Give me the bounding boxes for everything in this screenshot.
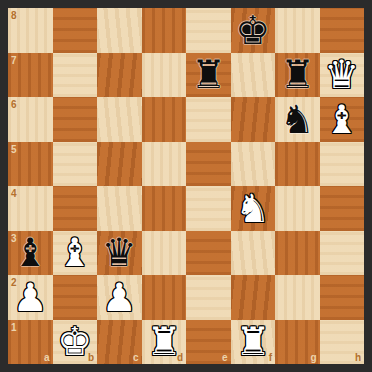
piece-white-rook[interactable]: ♜ [142,320,187,365]
piece-white-king[interactable]: ♚ [53,320,98,365]
rank-label-8: 8 [11,10,17,21]
square-d4[interactable] [142,186,187,231]
square-g3[interactable] [275,231,320,276]
square-b1[interactable]: b♚ [53,320,98,365]
rank-label-1: 1 [11,322,17,333]
square-f4[interactable]: ♞ [231,186,276,231]
square-b6[interactable] [53,97,98,142]
square-h8[interactable] [320,8,365,53]
square-a7[interactable]: 7 [8,53,53,98]
square-c3[interactable]: ♛ [97,231,142,276]
square-h4[interactable] [320,186,365,231]
square-d1[interactable]: d♜ [142,320,187,365]
square-e4[interactable] [186,186,231,231]
square-h6[interactable]: ♝ [320,97,365,142]
square-b5[interactable] [53,142,98,187]
square-a6[interactable]: 6 [8,97,53,142]
square-e2[interactable] [186,275,231,320]
square-f5[interactable] [231,142,276,187]
square-g4[interactable] [275,186,320,231]
square-f7[interactable] [231,53,276,98]
piece-black-rook[interactable]: ♜ [275,53,320,98]
square-d7[interactable] [142,53,187,98]
square-b2[interactable] [53,275,98,320]
square-d5[interactable] [142,142,187,187]
rank-label-7: 7 [11,55,17,66]
square-c5[interactable] [97,142,142,187]
rank-label-6: 6 [11,99,17,110]
square-h7[interactable]: ♛ [320,53,365,98]
square-g8[interactable] [275,8,320,53]
square-e7[interactable]: ♜ [186,53,231,98]
square-f6[interactable] [231,97,276,142]
square-h2[interactable] [320,275,365,320]
square-g6[interactable]: ♞ [275,97,320,142]
square-g7[interactable]: ♜ [275,53,320,98]
square-g1[interactable]: g [275,320,320,365]
piece-black-knight[interactable]: ♞ [275,97,320,142]
square-g5[interactable] [275,142,320,187]
board-frame: 8♚7♜♜♛6♞♝54♞3♝♝♛2♟♟1ab♚cd♜ef♜gh [0,0,372,372]
piece-white-queen[interactable]: ♛ [320,53,365,98]
piece-white-pawn[interactable]: ♟ [97,275,142,320]
piece-black-king[interactable]: ♚ [231,8,276,53]
square-d2[interactable] [142,275,187,320]
square-a8[interactable]: 8 [8,8,53,53]
square-e3[interactable] [186,231,231,276]
square-f3[interactable] [231,231,276,276]
chess-board: 8♚7♜♜♛6♞♝54♞3♝♝♛2♟♟1ab♚cd♜ef♜gh [8,8,364,364]
rank-label-5: 5 [11,144,17,155]
square-c6[interactable] [97,97,142,142]
piece-black-rook[interactable]: ♜ [186,53,231,98]
piece-white-knight[interactable]: ♞ [231,186,276,231]
piece-black-bishop[interactable]: ♝ [8,231,53,276]
file-label-c: c [133,352,139,363]
piece-white-pawn[interactable]: ♟ [8,275,53,320]
square-e8[interactable] [186,8,231,53]
square-d6[interactable] [142,97,187,142]
square-h3[interactable] [320,231,365,276]
square-e6[interactable] [186,97,231,142]
file-label-h: h [355,352,361,363]
square-c8[interactable] [97,8,142,53]
square-h1[interactable]: h [320,320,365,365]
square-f1[interactable]: f♜ [231,320,276,365]
square-b8[interactable] [53,8,98,53]
square-f2[interactable] [231,275,276,320]
square-a2[interactable]: 2♟ [8,275,53,320]
square-d8[interactable] [142,8,187,53]
square-a5[interactable]: 5 [8,142,53,187]
square-c1[interactable]: c [97,320,142,365]
square-a3[interactable]: 3♝ [8,231,53,276]
square-c7[interactable] [97,53,142,98]
square-d3[interactable] [142,231,187,276]
square-f8[interactable]: ♚ [231,8,276,53]
square-e1[interactable]: e [186,320,231,365]
rank-label-4: 4 [11,188,17,199]
square-b4[interactable] [53,186,98,231]
square-g2[interactable] [275,275,320,320]
square-c2[interactable]: ♟ [97,275,142,320]
square-h5[interactable] [320,142,365,187]
piece-white-bishop[interactable]: ♝ [53,231,98,276]
piece-white-rook[interactable]: ♜ [231,320,276,365]
square-e5[interactable] [186,142,231,187]
square-b7[interactable] [53,53,98,98]
square-b3[interactable]: ♝ [53,231,98,276]
square-c4[interactable] [97,186,142,231]
piece-black-queen[interactable]: ♛ [97,231,142,276]
square-a4[interactable]: 4 [8,186,53,231]
square-a1[interactable]: 1a [8,320,53,365]
file-label-a: a [44,352,50,363]
file-label-g: g [310,352,316,363]
piece-white-bishop[interactable]: ♝ [320,97,365,142]
file-label-e: e [222,352,228,363]
